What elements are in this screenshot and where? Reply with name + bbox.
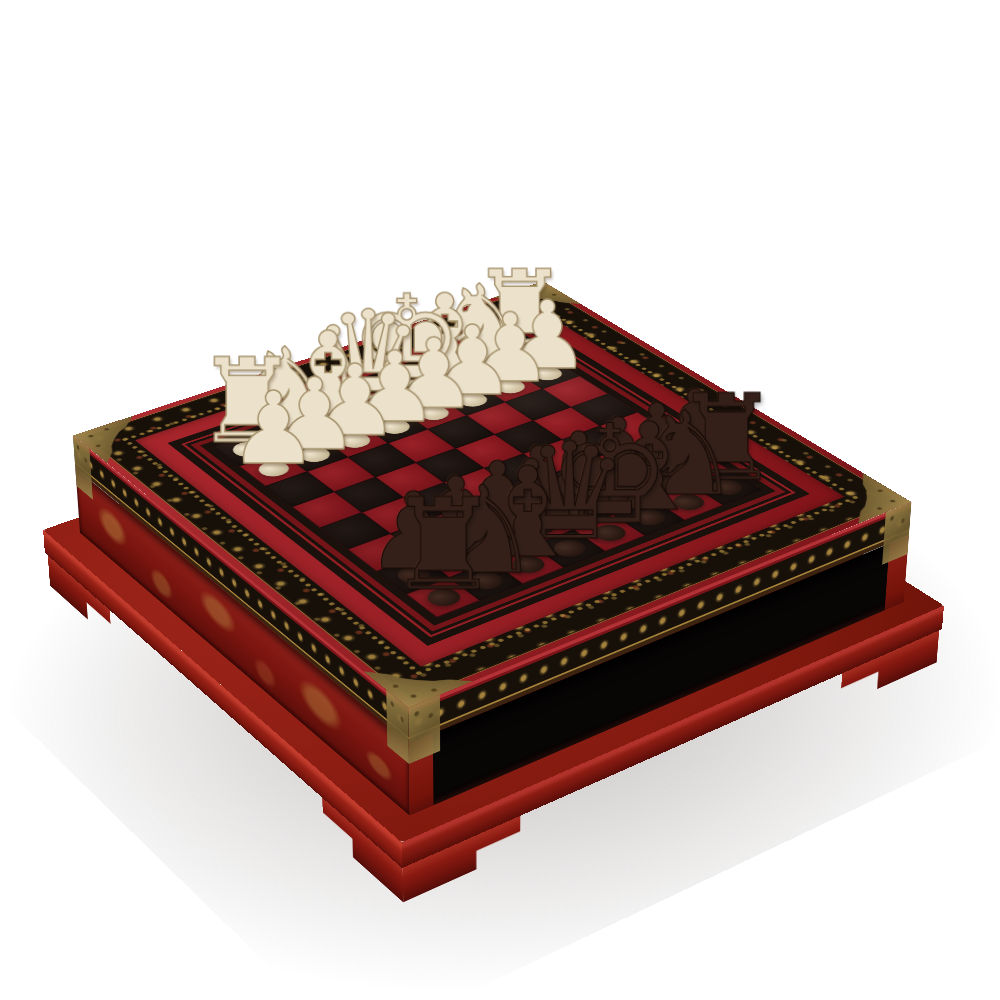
piece-glyph: ♟ [209, 379, 338, 479]
piece-black-rook[interactable]: ♜ [417, 477, 470, 598]
piece-glyph: ♜ [374, 481, 513, 608]
piece-white-pawn[interactable]: ♟ [249, 357, 298, 469]
scene: ♜♞♝♛♚♝♞♜♟♟♟♟♟♟♟♟♟♟♟♟♟♟♟♟♜♞♝♛♚♝♞♜ [0, 0, 1000, 1000]
product-photo-stage: ♜♞♝♛♚♝♞♜♟♟♟♟♟♟♟♟♟♟♟♟♟♟♟♟♜♞♝♛♚♝♞♜ [0, 0, 1000, 1000]
